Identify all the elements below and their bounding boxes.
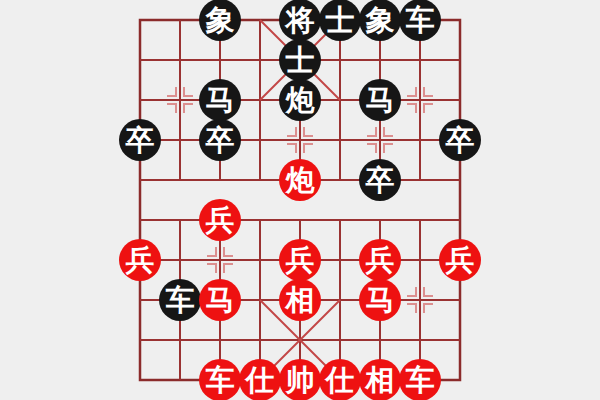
piece-black-chariot[interactable]: 车 (399, 0, 441, 41)
piece-red-cannon[interactable]: 炮 (279, 159, 321, 201)
piece-red-chariot[interactable]: 车 (399, 359, 441, 400)
piece-red-advisor[interactable]: 仕 (319, 359, 361, 400)
piece-red-soldier[interactable]: 兵 (119, 239, 161, 281)
piece-black-cannon[interactable]: 炮 (279, 79, 321, 121)
piece-red-soldier[interactable]: 兵 (439, 239, 481, 281)
piece-red-horse[interactable]: 马 (359, 279, 401, 321)
pieces-layer: 象将士象车士马炮马卒卒卒卒车炮兵兵兵兵兵马相马车仕帅仕相车 (120, 0, 480, 400)
piece-red-elephant[interactable]: 相 (279, 279, 321, 321)
piece-black-horse[interactable]: 马 (199, 79, 241, 121)
piece-red-soldier[interactable]: 兵 (359, 239, 401, 281)
piece-red-soldier[interactable]: 兵 (199, 199, 241, 241)
piece-red-soldier[interactable]: 兵 (279, 239, 321, 281)
piece-black-soldier[interactable]: 卒 (359, 159, 401, 201)
piece-black-general[interactable]: 将 (279, 0, 321, 41)
piece-black-elephant[interactable]: 象 (199, 0, 241, 41)
xiangqi-app: 象将士象车士马炮马卒卒卒卒车炮兵兵兵兵兵马相马车仕帅仕相车 (0, 0, 600, 400)
piece-red-horse[interactable]: 马 (199, 279, 241, 321)
piece-black-horse[interactable]: 马 (359, 79, 401, 121)
piece-red-advisor[interactable]: 仕 (239, 359, 281, 400)
piece-black-advisor[interactable]: 士 (319, 0, 361, 41)
piece-red-elephant[interactable]: 相 (359, 359, 401, 400)
piece-red-chariot[interactable]: 车 (199, 359, 241, 400)
piece-black-soldier[interactable]: 卒 (199, 119, 241, 161)
piece-black-chariot[interactable]: 车 (159, 279, 201, 321)
piece-black-elephant[interactable]: 象 (359, 0, 401, 41)
piece-black-soldier[interactable]: 卒 (439, 119, 481, 161)
piece-red-general[interactable]: 帅 (279, 359, 321, 400)
piece-black-soldier[interactable]: 卒 (119, 119, 161, 161)
piece-black-advisor[interactable]: 士 (279, 39, 321, 81)
